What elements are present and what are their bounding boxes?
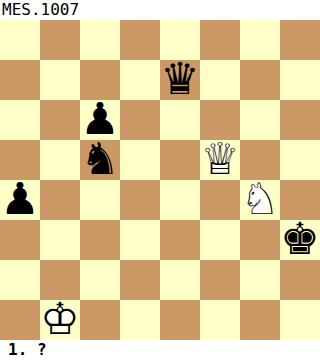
square-g7[interactable]: [240, 60, 280, 100]
square-e4[interactable]: [160, 180, 200, 220]
square-f4[interactable]: [200, 180, 240, 220]
square-c4[interactable]: [80, 180, 120, 220]
square-d3[interactable]: [120, 220, 160, 260]
piece-white-knight-fill: ♞: [240, 180, 280, 220]
square-a8[interactable]: [0, 20, 40, 60]
square-b7[interactable]: [40, 60, 80, 100]
square-a7[interactable]: [0, 60, 40, 100]
square-f5[interactable]: ♛♕: [200, 140, 240, 180]
square-e1[interactable]: [160, 300, 200, 340]
square-e5[interactable]: [160, 140, 200, 180]
square-c2[interactable]: [80, 260, 120, 300]
square-b4[interactable]: [40, 180, 80, 220]
square-f8[interactable]: [200, 20, 240, 60]
piece-white-queen: ♕: [200, 140, 240, 180]
piece-white-king: ♔: [40, 300, 80, 340]
square-c8[interactable]: [80, 20, 120, 60]
square-b2[interactable]: [40, 260, 80, 300]
square-h6[interactable]: [280, 100, 320, 140]
square-b6[interactable]: [40, 100, 80, 140]
square-f2[interactable]: [200, 260, 240, 300]
piece-black-pawn: ♟: [0, 180, 40, 220]
square-h4[interactable]: [280, 180, 320, 220]
square-h1[interactable]: [280, 300, 320, 340]
square-d8[interactable]: [120, 20, 160, 60]
square-a1[interactable]: [0, 300, 40, 340]
square-e8[interactable]: [160, 20, 200, 60]
square-g6[interactable]: [240, 100, 280, 140]
square-g3[interactable]: [240, 220, 280, 260]
square-d6[interactable]: [120, 100, 160, 140]
chess-board: ♛♟♞♛♕♟♞♘♚♚♔: [0, 20, 320, 340]
diagram-title: MES.1007: [0, 0, 320, 20]
square-c1[interactable]: [80, 300, 120, 340]
square-a6[interactable]: [0, 100, 40, 140]
chess-diagram: MES.1007 ♛♟♞♛♕♟♞♘♚♚♔ 1. ?: [0, 0, 320, 360]
square-a4[interactable]: ♟: [0, 180, 40, 220]
piece-black-king: ♚: [280, 220, 320, 260]
square-f7[interactable]: [200, 60, 240, 100]
square-b8[interactable]: [40, 20, 80, 60]
square-h7[interactable]: [280, 60, 320, 100]
square-c6[interactable]: ♟: [80, 100, 120, 140]
square-b5[interactable]: [40, 140, 80, 180]
square-g4[interactable]: ♞♘: [240, 180, 280, 220]
square-b1[interactable]: ♚♔: [40, 300, 80, 340]
square-e2[interactable]: [160, 260, 200, 300]
square-g5[interactable]: [240, 140, 280, 180]
square-e7[interactable]: ♛: [160, 60, 200, 100]
square-d2[interactable]: [120, 260, 160, 300]
square-g1[interactable]: [240, 300, 280, 340]
square-d4[interactable]: [120, 180, 160, 220]
square-f6[interactable]: [200, 100, 240, 140]
square-d1[interactable]: [120, 300, 160, 340]
square-d7[interactable]: [120, 60, 160, 100]
square-g2[interactable]: [240, 260, 280, 300]
piece-white-king-fill: ♚: [40, 300, 80, 340]
piece-black-queen: ♛: [160, 60, 200, 100]
piece-white-knight: ♘: [240, 180, 280, 220]
square-d5[interactable]: [120, 140, 160, 180]
square-h3[interactable]: ♚: [280, 220, 320, 260]
square-c5[interactable]: ♞: [80, 140, 120, 180]
square-b3[interactable]: [40, 220, 80, 260]
square-e6[interactable]: [160, 100, 200, 140]
move-prompt: 1. ?: [0, 340, 320, 360]
square-a3[interactable]: [0, 220, 40, 260]
square-a5[interactable]: [0, 140, 40, 180]
square-h8[interactable]: [280, 20, 320, 60]
square-e3[interactable]: [160, 220, 200, 260]
square-f3[interactable]: [200, 220, 240, 260]
square-a2[interactable]: [0, 260, 40, 300]
piece-black-knight: ♞: [80, 140, 120, 180]
piece-black-pawn: ♟: [80, 100, 120, 140]
square-g8[interactable]: [240, 20, 280, 60]
square-c7[interactable]: [80, 60, 120, 100]
square-h2[interactable]: [280, 260, 320, 300]
square-h5[interactable]: [280, 140, 320, 180]
square-c3[interactable]: [80, 220, 120, 260]
piece-white-queen-fill: ♛: [200, 140, 240, 180]
square-f1[interactable]: [200, 300, 240, 340]
